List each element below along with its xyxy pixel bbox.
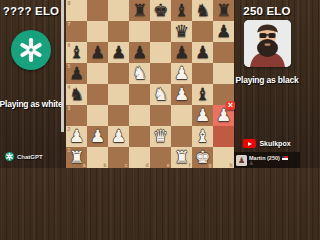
black-pawn[interactable]: ♟ bbox=[216, 21, 231, 42]
rank-label-2: 2 bbox=[68, 127, 71, 132]
square-d1[interactable]: d bbox=[129, 147, 150, 168]
square-f4[interactable]: ♟ bbox=[171, 84, 192, 105]
black-pawn[interactable]: ♟ bbox=[69, 63, 84, 84]
youtube-play-icon bbox=[243, 139, 256, 148]
square-e4[interactable]: ♞ bbox=[150, 84, 171, 105]
martin-avatar-illustration bbox=[244, 20, 291, 67]
black-knight[interactable]: ♞ bbox=[195, 0, 210, 21]
rank-label-4: 4 bbox=[68, 85, 71, 90]
square-d2[interactable] bbox=[129, 126, 150, 147]
square-d8[interactable]: ♜ bbox=[129, 0, 150, 21]
file-label-g: g bbox=[208, 163, 211, 168]
white-player-panel: ???? ELO Playing as white bbox=[0, 0, 62, 168]
white-pawn[interactable]: ♟ bbox=[174, 63, 189, 84]
square-f1[interactable]: f♜ bbox=[171, 147, 192, 168]
square-g3[interactable]: ♟ bbox=[192, 105, 213, 126]
square-a5[interactable]: 5♟ bbox=[66, 63, 87, 84]
white-pawn[interactable]: ♟ bbox=[111, 126, 126, 147]
chatgpt-watermark-label: ChatGPT bbox=[17, 154, 43, 160]
square-c3[interactable] bbox=[108, 105, 129, 126]
white-knight[interactable]: ♞ bbox=[153, 84, 168, 105]
file-label-d: d bbox=[145, 163, 148, 168]
white-rook[interactable]: ♜ bbox=[174, 147, 189, 168]
square-f6[interactable]: ♟ bbox=[171, 42, 192, 63]
black-rook[interactable]: ♜ bbox=[216, 0, 231, 21]
player-nameplate: ♟ Martin (250) ♙ bbox=[234, 152, 300, 168]
square-g4[interactable]: ♝ bbox=[192, 84, 213, 105]
square-e2[interactable]: ♛ bbox=[150, 126, 171, 147]
black-player-panel: 250 ELO Playing as black Skulkpox bbox=[234, 0, 300, 168]
rank-label-7: 7 bbox=[68, 22, 71, 27]
square-c1[interactable]: c bbox=[108, 147, 129, 168]
white-player-caption: Playing as white bbox=[0, 99, 62, 109]
square-g2[interactable]: ♝ bbox=[192, 126, 213, 147]
file-label-f: f bbox=[189, 163, 191, 168]
square-b5[interactable] bbox=[87, 63, 108, 84]
incorrect-move-x-icon: × bbox=[226, 101, 235, 110]
chatgpt-watermark: ChatGPT bbox=[5, 152, 43, 161]
file-label-c: c bbox=[125, 163, 128, 168]
black-pawn[interactable]: ♟ bbox=[195, 42, 210, 63]
rank-label-1: 1 bbox=[68, 148, 71, 153]
black-pawn[interactable]: ♟ bbox=[174, 42, 189, 63]
square-d6[interactable]: ♟ bbox=[129, 42, 150, 63]
square-d7[interactable] bbox=[129, 21, 150, 42]
black-rook[interactable]: ♜ bbox=[132, 0, 147, 21]
white-pawn[interactable]: ♟ bbox=[195, 105, 210, 126]
square-h5[interactable] bbox=[213, 63, 234, 84]
chatgpt-logo-icon bbox=[11, 30, 51, 70]
chatgpt-watermark-icon bbox=[5, 152, 14, 161]
black-pawn[interactable]: ♟ bbox=[111, 42, 126, 63]
square-b8[interactable] bbox=[87, 0, 108, 21]
captured-pieces-row: ♙ bbox=[249, 161, 288, 166]
square-a4[interactable]: 4♞ bbox=[66, 84, 87, 105]
white-elo-title: ???? ELO bbox=[3, 5, 60, 17]
square-d3[interactable] bbox=[129, 105, 150, 126]
square-h3[interactable]: ♟× bbox=[213, 105, 234, 126]
us-flag-icon bbox=[282, 156, 288, 160]
square-e7[interactable] bbox=[150, 21, 171, 42]
square-h7[interactable]: ♟ bbox=[213, 21, 234, 42]
square-b7[interactable] bbox=[87, 21, 108, 42]
square-a7[interactable]: 7 bbox=[66, 21, 87, 42]
rank-label-6: 6 bbox=[68, 43, 71, 48]
square-f5[interactable]: ♟ bbox=[171, 63, 192, 84]
black-pawn[interactable]: ♟ bbox=[132, 42, 147, 63]
square-c8[interactable] bbox=[108, 0, 129, 21]
rank-label-5: 5 bbox=[68, 64, 71, 69]
black-bishop[interactable]: ♝ bbox=[195, 84, 210, 105]
square-f7[interactable]: ♛ bbox=[171, 21, 192, 42]
square-h2[interactable] bbox=[213, 126, 234, 147]
black-pawn[interactable]: ♟ bbox=[90, 42, 105, 63]
black-elo-title: 250 ELO bbox=[243, 5, 290, 17]
square-b2[interactable]: ♟ bbox=[87, 126, 108, 147]
square-h8[interactable]: ♜ bbox=[213, 0, 234, 21]
square-c7[interactable] bbox=[108, 21, 129, 42]
square-h1[interactable]: h bbox=[213, 147, 234, 168]
square-e6[interactable] bbox=[150, 42, 171, 63]
square-a1[interactable]: 1a♜ bbox=[66, 147, 87, 168]
square-g5[interactable] bbox=[192, 63, 213, 84]
youtube-channel-badge: Skulkpox bbox=[243, 139, 290, 148]
square-b1[interactable]: b bbox=[87, 147, 108, 168]
white-knight[interactable]: ♞ bbox=[132, 63, 147, 84]
square-g1[interactable]: g♚ bbox=[192, 147, 213, 168]
black-player-caption: Playing as black bbox=[236, 75, 299, 85]
rank-label-8: 8 bbox=[68, 1, 71, 6]
chess-board[interactable]: 8♜♚♝♞♜7♛♟6♝♟♟♟♟♟5♟♞♟4♞♞♟♝3♟♟×2♟♟♟♛♝1a♜bc… bbox=[66, 0, 234, 168]
square-g8[interactable]: ♞ bbox=[192, 0, 213, 21]
file-label-b: b bbox=[103, 163, 106, 168]
square-c4[interactable] bbox=[108, 84, 129, 105]
square-f2[interactable] bbox=[171, 126, 192, 147]
black-queen[interactable]: ♛ bbox=[174, 21, 189, 42]
white-pawn[interactable]: ♟ bbox=[69, 126, 84, 147]
file-label-a: a bbox=[83, 163, 86, 168]
square-b3[interactable] bbox=[87, 105, 108, 126]
chatgpt-knot-icon bbox=[18, 37, 44, 63]
panel-divider bbox=[61, 0, 64, 132]
square-a2[interactable]: 2♟ bbox=[66, 126, 87, 147]
square-d5[interactable]: ♞ bbox=[129, 63, 150, 84]
black-bishop[interactable]: ♝ bbox=[174, 0, 189, 21]
square-e1[interactable]: e bbox=[150, 147, 171, 168]
player-thumb-avatar: ♟ bbox=[236, 155, 247, 166]
file-label-h: h bbox=[229, 163, 232, 168]
square-e3[interactable] bbox=[150, 105, 171, 126]
square-c6[interactable]: ♟ bbox=[108, 42, 129, 63]
square-f3[interactable] bbox=[171, 105, 192, 126]
white-queen[interactable]: ♛ bbox=[153, 126, 168, 147]
rank-label-3: 3 bbox=[68, 106, 71, 111]
square-b4[interactable] bbox=[87, 84, 108, 105]
square-e5[interactable] bbox=[150, 63, 171, 84]
square-e8[interactable]: ♚ bbox=[150, 0, 171, 21]
square-g7[interactable] bbox=[192, 21, 213, 42]
youtube-channel-name: Skulkpox bbox=[259, 140, 290, 147]
square-h6[interactable] bbox=[213, 42, 234, 63]
file-label-e: e bbox=[167, 163, 170, 168]
square-a3[interactable]: 3 bbox=[66, 105, 87, 126]
square-c5[interactable] bbox=[108, 63, 129, 84]
square-a8[interactable]: 8 bbox=[66, 0, 87, 21]
black-knight[interactable]: ♞ bbox=[69, 84, 84, 105]
white-bishop[interactable]: ♝ bbox=[195, 126, 210, 147]
square-g6[interactable]: ♟ bbox=[192, 42, 213, 63]
black-bishop[interactable]: ♝ bbox=[69, 42, 84, 63]
black-king[interactable]: ♚ bbox=[153, 0, 168, 21]
white-pawn[interactable]: ♟ bbox=[174, 84, 189, 105]
square-b6[interactable]: ♟ bbox=[87, 42, 108, 63]
white-pawn[interactable]: ♟ bbox=[90, 126, 105, 147]
square-f8[interactable]: ♝ bbox=[171, 0, 192, 21]
square-d4[interactable] bbox=[129, 84, 150, 105]
square-c2[interactable]: ♟ bbox=[108, 126, 129, 147]
martin-bot-avatar bbox=[244, 20, 291, 67]
square-a6[interactable]: 6♝ bbox=[66, 42, 87, 63]
